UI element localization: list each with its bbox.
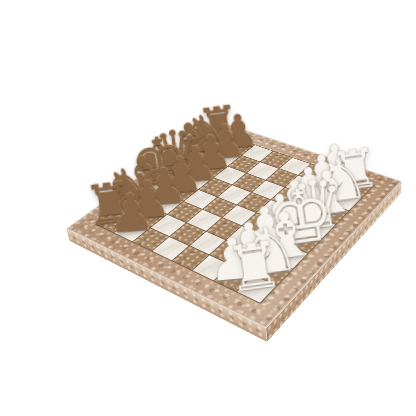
product-photo-background: ♜♟♟♜♞♟♟♞♝♟♟♝♛♟♟♛♚♟♟♚♝♟♟♝♞♟♟♞♜♟♟♜ xyxy=(0,0,416,416)
square-6-3[interactable] xyxy=(170,223,205,245)
board-tilt-wrapper: ♜♟♟♜♞♟♟♞♝♟♟♝♛♟♟♛♚♟♟♚♝♟♟♝♞♟♟♞♜♟♟♜ xyxy=(0,0,416,416)
piece-bP[interactable]: ♟ xyxy=(106,186,156,241)
square-7-4[interactable] xyxy=(172,246,209,270)
square-7-3[interactable] xyxy=(152,237,188,260)
piece-wR[interactable]: ♜ xyxy=(222,233,287,303)
